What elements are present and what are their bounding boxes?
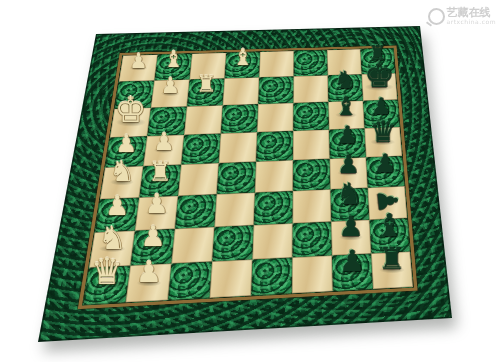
- photo-canvas: ♟♝♝♟♜♚♟♟♞♜♟♟♞♟♛♟♜♞♚♝♟♟♛♟♟♞♟♟♝♟♜ 艺藏在线 art…: [0, 0, 500, 362]
- square-c7: [187, 78, 225, 106]
- square-c2: [171, 227, 214, 264]
- square-e6: [257, 103, 293, 132]
- watermark-url-text: artxchina.com: [447, 19, 496, 25]
- square-e7: [258, 76, 293, 104]
- square-a5: [105, 136, 147, 167]
- square-g7: [328, 74, 363, 102]
- square-f7: [293, 75, 328, 103]
- square-g2: [331, 220, 371, 256]
- square-g1: [332, 254, 373, 292]
- chess-board: [38, 26, 452, 342]
- square-d6: [221, 104, 258, 133]
- square-b1: [126, 264, 172, 303]
- square-a3: [95, 198, 140, 233]
- square-g4: [330, 157, 368, 189]
- square-f8: [294, 50, 328, 76]
- square-b8: [154, 54, 192, 81]
- square-f5: [293, 130, 330, 161]
- square-h5: [364, 127, 402, 157]
- square-b3: [135, 196, 178, 231]
- square-f4: [293, 159, 331, 191]
- square-e8: [259, 51, 294, 77]
- square-h4: [366, 156, 405, 188]
- chess-board-wrapper: [0, 0, 500, 362]
- square-d4: [217, 162, 256, 195]
- square-f6: [293, 102, 329, 131]
- square-d5: [219, 132, 257, 163]
- watermark: 艺藏在线 artxchina.com: [428, 7, 496, 25]
- square-e3: [254, 191, 293, 225]
- square-d2: [212, 225, 254, 261]
- magnifier-icon: [428, 8, 445, 25]
- square-h7: [362, 73, 398, 100]
- square-h8: [360, 48, 395, 74]
- square-b2: [130, 229, 174, 266]
- square-d7: [223, 77, 260, 105]
- square-a6: [110, 108, 151, 138]
- square-c4: [178, 163, 219, 196]
- square-b6: [147, 106, 187, 136]
- square-f3: [293, 189, 332, 223]
- square-b5: [143, 135, 184, 166]
- square-h3: [368, 186, 408, 220]
- square-h1: [371, 252, 413, 289]
- square-f1: [292, 255, 333, 293]
- square-f2: [292, 222, 332, 258]
- square-a4: [100, 166, 143, 199]
- square-g3: [330, 188, 369, 222]
- square-h2: [369, 218, 410, 253]
- square-g5: [329, 128, 366, 158]
- watermark-text: 艺藏在线 artxchina.com: [447, 7, 496, 25]
- square-h6: [363, 100, 400, 129]
- square-c1: [168, 261, 212, 300]
- square-e1: [251, 257, 292, 295]
- square-c6: [184, 105, 223, 135]
- square-c8: [190, 53, 227, 80]
- watermark-chinese-text: 艺藏在线: [447, 7, 496, 18]
- square-d1: [210, 259, 253, 297]
- square-e5: [256, 131, 293, 162]
- square-a2: [89, 231, 135, 268]
- board-grid: [83, 48, 413, 305]
- square-a7: [114, 81, 154, 109]
- square-b4: [139, 165, 181, 198]
- square-c5: [181, 134, 221, 165]
- square-d8: [224, 52, 260, 79]
- square-c3: [175, 194, 217, 229]
- square-g6: [328, 101, 364, 130]
- square-e4: [255, 160, 293, 192]
- square-g8: [327, 49, 361, 75]
- square-d3: [214, 193, 254, 227]
- square-e2: [252, 223, 292, 259]
- square-a8: [119, 55, 158, 82]
- square-b7: [151, 79, 190, 107]
- square-a1: [83, 266, 130, 305]
